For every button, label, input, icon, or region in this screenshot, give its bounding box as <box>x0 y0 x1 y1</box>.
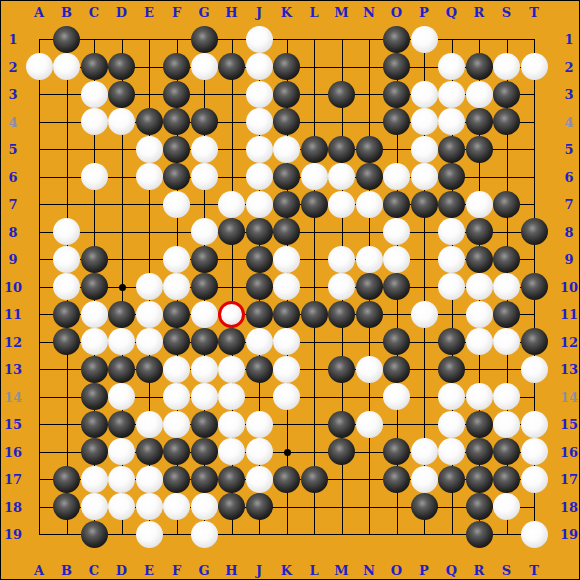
stone-J18[interactable] <box>246 493 273 520</box>
stone-K8[interactable] <box>273 218 300 245</box>
stone-H18[interactable] <box>218 493 245 520</box>
row-label-right-19: 19 <box>560 528 578 541</box>
row-label-left-17: 17 <box>4 473 22 486</box>
stone-G1[interactable] <box>191 26 218 53</box>
stone-Q10[interactable] <box>438 273 465 300</box>
stone-O14[interactable] <box>383 383 410 410</box>
row-label-left-8: 8 <box>8 225 17 238</box>
stone-B9[interactable] <box>53 246 80 273</box>
stone-Q3[interactable] <box>438 81 465 108</box>
column-label-top-Q: Q <box>446 6 457 19</box>
row-label-right-4: 4 <box>564 115 573 128</box>
stone-R2[interactable] <box>466 53 493 80</box>
column-label-bottom-O: O <box>391 564 402 577</box>
column-label-bottom-L: L <box>309 564 318 577</box>
column-label-top-J: J <box>256 6 262 19</box>
stone-D3[interactable] <box>108 81 135 108</box>
row-label-left-13: 13 <box>4 363 22 376</box>
stone-N9[interactable] <box>356 246 383 273</box>
stone-B17[interactable] <box>53 466 80 493</box>
row-label-right-14: 14 <box>560 390 578 403</box>
stone-B1[interactable] <box>53 26 80 53</box>
stone-M16[interactable] <box>328 438 355 465</box>
stone-G16[interactable] <box>191 438 218 465</box>
stone-O12[interactable] <box>383 328 410 355</box>
stone-C9[interactable] <box>81 246 108 273</box>
row-label-right-13: 13 <box>560 363 578 376</box>
stone-G14[interactable] <box>191 383 218 410</box>
stone-G2[interactable] <box>191 53 218 80</box>
stone-C10[interactable] <box>81 273 108 300</box>
stone-G19[interactable] <box>191 521 218 548</box>
stone-E16[interactable] <box>136 438 163 465</box>
stone-K9[interactable] <box>273 246 300 273</box>
stone-K13[interactable] <box>273 356 300 383</box>
stone-R19[interactable] <box>466 521 493 548</box>
stone-F17[interactable] <box>163 466 190 493</box>
stone-F9[interactable] <box>163 246 190 273</box>
column-label-bottom-N: N <box>363 564 375 577</box>
column-label-bottom-C: C <box>89 564 99 577</box>
column-label-top-O: O <box>391 6 402 19</box>
stone-G10[interactable] <box>191 273 218 300</box>
stone-J7[interactable] <box>246 191 273 218</box>
stone-K17[interactable] <box>273 466 300 493</box>
stone-E11[interactable] <box>136 301 163 328</box>
stone-S4[interactable] <box>493 108 520 135</box>
stone-Q14[interactable] <box>438 383 465 410</box>
stone-H11-last-move-marked[interactable] <box>218 301 245 328</box>
column-label-top-F: F <box>172 6 181 19</box>
column-label-bottom-T: T <box>529 564 539 577</box>
column-label-top-A: A <box>34 6 44 19</box>
stone-T19[interactable] <box>521 521 548 548</box>
stone-G5[interactable] <box>191 136 218 163</box>
stone-S14[interactable] <box>493 383 520 410</box>
stone-J11[interactable] <box>246 301 273 328</box>
stone-N5[interactable] <box>356 136 383 163</box>
stone-R9[interactable] <box>466 246 493 273</box>
stone-H7[interactable] <box>218 191 245 218</box>
stone-G12[interactable] <box>191 328 218 355</box>
stone-O8[interactable] <box>383 218 410 245</box>
stone-C18[interactable] <box>81 493 108 520</box>
stone-Q6[interactable] <box>438 163 465 190</box>
stone-L17[interactable] <box>301 466 328 493</box>
column-label-top-R: R <box>474 6 485 19</box>
stone-Q7[interactable] <box>438 191 465 218</box>
stone-K5[interactable] <box>273 136 300 163</box>
row-label-left-15: 15 <box>4 418 22 431</box>
stone-J10[interactable] <box>246 273 273 300</box>
row-label-left-4: 4 <box>8 115 17 128</box>
stone-O6[interactable] <box>383 163 410 190</box>
stone-D11[interactable] <box>108 301 135 328</box>
stone-C2[interactable] <box>81 53 108 80</box>
stone-E17[interactable] <box>136 466 163 493</box>
stone-F12[interactable] <box>163 328 190 355</box>
stone-F15[interactable] <box>163 411 190 438</box>
stone-H14[interactable] <box>218 383 245 410</box>
row-label-left-19: 19 <box>4 528 22 541</box>
stone-H17[interactable] <box>218 466 245 493</box>
stone-F10[interactable] <box>163 273 190 300</box>
stone-Q8[interactable] <box>438 218 465 245</box>
stone-E15[interactable] <box>136 411 163 438</box>
stone-F6[interactable] <box>163 163 190 190</box>
stone-L11[interactable] <box>301 301 328 328</box>
stone-J2[interactable] <box>246 53 273 80</box>
row-label-left-9: 9 <box>8 253 17 266</box>
stone-P1[interactable] <box>411 26 438 53</box>
stone-P7[interactable] <box>411 191 438 218</box>
stone-E12[interactable] <box>136 328 163 355</box>
stone-S11[interactable] <box>493 301 520 328</box>
stone-D17[interactable] <box>108 466 135 493</box>
stone-F16[interactable] <box>163 438 190 465</box>
stone-E19[interactable] <box>136 521 163 548</box>
column-label-bottom-B: B <box>61 564 72 577</box>
stone-H16[interactable] <box>218 438 245 465</box>
stone-E4[interactable] <box>136 108 163 135</box>
stone-N11[interactable] <box>356 301 383 328</box>
column-label-top-B: B <box>61 6 72 19</box>
stone-G9[interactable] <box>191 246 218 273</box>
column-label-bottom-A: A <box>34 564 44 577</box>
stone-J13[interactable] <box>246 356 273 383</box>
stone-O7[interactable] <box>383 191 410 218</box>
stone-H15[interactable] <box>218 411 245 438</box>
stone-B11[interactable] <box>53 301 80 328</box>
stone-M3[interactable] <box>328 81 355 108</box>
stone-J9[interactable] <box>246 246 273 273</box>
stone-D2[interactable] <box>108 53 135 80</box>
row-label-left-14: 14 <box>4 390 22 403</box>
stone-T17[interactable] <box>521 466 548 493</box>
stone-L7[interactable] <box>301 191 328 218</box>
row-label-left-7: 7 <box>8 198 17 211</box>
stone-K3[interactable] <box>273 81 300 108</box>
column-label-bottom-M: M <box>334 564 348 577</box>
stone-R5[interactable] <box>466 136 493 163</box>
stone-S10[interactable] <box>493 273 520 300</box>
row-label-right-10: 10 <box>560 280 578 293</box>
row-label-right-7: 7 <box>564 198 573 211</box>
row-label-right-12: 12 <box>560 335 578 348</box>
row-label-right-1: 1 <box>564 33 573 46</box>
column-label-bottom-S: S <box>502 564 511 577</box>
column-label-top-S: S <box>502 6 511 19</box>
stone-K10[interactable] <box>273 273 300 300</box>
stone-P4[interactable] <box>411 108 438 135</box>
stone-C15[interactable] <box>81 411 108 438</box>
stone-T8[interactable] <box>521 218 548 245</box>
stone-M13[interactable] <box>328 356 355 383</box>
stone-O4[interactable] <box>383 108 410 135</box>
stone-C17[interactable] <box>81 466 108 493</box>
stone-G17[interactable] <box>191 466 218 493</box>
row-label-right-9: 9 <box>564 253 573 266</box>
stone-R18[interactable] <box>466 493 493 520</box>
stone-G8[interactable] <box>191 218 218 245</box>
row-label-right-15: 15 <box>560 418 578 431</box>
stone-E5[interactable] <box>136 136 163 163</box>
stone-L5[interactable] <box>301 136 328 163</box>
stone-H12[interactable] <box>218 328 245 355</box>
stone-C14[interactable] <box>81 383 108 410</box>
stone-D15[interactable] <box>108 411 135 438</box>
stone-O2[interactable] <box>383 53 410 80</box>
stone-C19[interactable] <box>81 521 108 548</box>
stone-G13[interactable] <box>191 356 218 383</box>
stone-K12[interactable] <box>273 328 300 355</box>
row-label-right-11: 11 <box>560 308 578 321</box>
stone-B12[interactable] <box>53 328 80 355</box>
stone-Q4[interactable] <box>438 108 465 135</box>
stone-Q13[interactable] <box>438 356 465 383</box>
stone-G18[interactable] <box>191 493 218 520</box>
grid-line-horizontal-19 <box>39 534 535 535</box>
stone-J15[interactable] <box>246 411 273 438</box>
stone-R16[interactable] <box>466 438 493 465</box>
stone-M9[interactable] <box>328 246 355 273</box>
stone-B2[interactable] <box>53 53 80 80</box>
stone-J17[interactable] <box>246 466 273 493</box>
stone-H2[interactable] <box>218 53 245 80</box>
stone-C13[interactable] <box>81 356 108 383</box>
stone-Q9[interactable] <box>438 246 465 273</box>
stone-M6[interactable] <box>328 163 355 190</box>
column-label-top-H: H <box>225 6 237 19</box>
stone-D16[interactable] <box>108 438 135 465</box>
stone-F3[interactable] <box>163 81 190 108</box>
stone-N7[interactable] <box>356 191 383 218</box>
stone-S17[interactable] <box>493 466 520 493</box>
column-label-bottom-H: H <box>225 564 237 577</box>
stone-Q15[interactable] <box>438 411 465 438</box>
column-label-bottom-R: R <box>474 564 485 577</box>
stone-O1[interactable] <box>383 26 410 53</box>
row-label-right-5: 5 <box>564 143 573 156</box>
column-label-bottom-F: F <box>172 564 181 577</box>
stone-R4[interactable] <box>466 108 493 135</box>
stone-M11[interactable] <box>328 301 355 328</box>
stone-D4[interactable] <box>108 108 135 135</box>
row-label-left-1: 1 <box>8 33 17 46</box>
star-point-D10 <box>119 284 126 291</box>
row-label-left-12: 12 <box>4 335 22 348</box>
column-label-top-M: M <box>334 6 348 19</box>
stone-J12[interactable] <box>246 328 273 355</box>
stone-N6[interactable] <box>356 163 383 190</box>
column-label-top-N: N <box>363 6 375 19</box>
column-label-bottom-Q: Q <box>446 564 457 577</box>
stone-T15[interactable] <box>521 411 548 438</box>
stone-R8[interactable] <box>466 218 493 245</box>
stone-M10[interactable] <box>328 273 355 300</box>
stone-B10[interactable] <box>53 273 80 300</box>
stone-R17[interactable] <box>466 466 493 493</box>
stone-E13[interactable] <box>136 356 163 383</box>
stone-D12[interactable] <box>108 328 135 355</box>
stone-S15[interactable] <box>493 411 520 438</box>
stone-P18[interactable] <box>411 493 438 520</box>
stone-G15[interactable] <box>191 411 218 438</box>
stone-J3[interactable] <box>246 81 273 108</box>
stone-F18[interactable] <box>163 493 190 520</box>
stone-F2[interactable] <box>163 53 190 80</box>
column-label-bottom-G: G <box>198 564 209 577</box>
row-label-left-2: 2 <box>8 60 17 73</box>
stone-Q12[interactable] <box>438 328 465 355</box>
stone-R3[interactable] <box>466 81 493 108</box>
stone-N13[interactable] <box>356 356 383 383</box>
stone-P5[interactable] <box>411 136 438 163</box>
row-label-right-3: 3 <box>564 88 573 101</box>
stone-K4[interactable] <box>273 108 300 135</box>
stone-J8[interactable] <box>246 218 273 245</box>
stone-E6[interactable] <box>136 163 163 190</box>
star-point-K16 <box>284 449 291 456</box>
stone-R14[interactable] <box>466 383 493 410</box>
stone-H8[interactable] <box>218 218 245 245</box>
stone-F11[interactable] <box>163 301 190 328</box>
column-label-top-T: T <box>529 6 539 19</box>
stone-O10[interactable] <box>383 273 410 300</box>
stone-T12[interactable] <box>521 328 548 355</box>
stone-C6[interactable] <box>81 163 108 190</box>
stone-S7[interactable] <box>493 191 520 218</box>
column-label-top-K: K <box>281 6 292 19</box>
stone-F14[interactable] <box>163 383 190 410</box>
stone-J4[interactable] <box>246 108 273 135</box>
stone-K7[interactable] <box>273 191 300 218</box>
go-board-app: AABBCCDDEEFFGGHHJJKKLLMMNNOOPPQQRRSSTT11… <box>0 0 580 580</box>
stone-S16[interactable] <box>493 438 520 465</box>
stone-K14[interactable] <box>273 383 300 410</box>
stone-O13[interactable] <box>383 356 410 383</box>
stone-G6[interactable] <box>191 163 218 190</box>
row-label-right-17: 17 <box>560 473 578 486</box>
stone-M15[interactable] <box>328 411 355 438</box>
column-label-top-E: E <box>144 6 154 19</box>
stone-L6[interactable] <box>301 163 328 190</box>
stone-C16[interactable] <box>81 438 108 465</box>
stone-O9[interactable] <box>383 246 410 273</box>
grid-line-vertical-L <box>314 39 315 535</box>
row-label-right-16: 16 <box>560 445 578 458</box>
stone-F4[interactable] <box>163 108 190 135</box>
stone-C12[interactable] <box>81 328 108 355</box>
stone-M5[interactable] <box>328 136 355 163</box>
stone-G11[interactable] <box>191 301 218 328</box>
stone-R10[interactable] <box>466 273 493 300</box>
stone-Q2[interactable] <box>438 53 465 80</box>
stone-D18[interactable] <box>108 493 135 520</box>
stone-R7[interactable] <box>466 191 493 218</box>
stone-T10[interactable] <box>521 273 548 300</box>
stone-R12[interactable] <box>466 328 493 355</box>
stone-P16[interactable] <box>411 438 438 465</box>
stone-S3[interactable] <box>493 81 520 108</box>
stone-J6[interactable] <box>246 163 273 190</box>
row-label-right-2: 2 <box>564 60 573 73</box>
stone-K2[interactable] <box>273 53 300 80</box>
stone-Q16[interactable] <box>438 438 465 465</box>
stone-H13[interactable] <box>218 356 245 383</box>
row-label-left-11: 11 <box>4 308 22 321</box>
stone-O3[interactable] <box>383 81 410 108</box>
stone-K6[interactable] <box>273 163 300 190</box>
stone-S18[interactable] <box>493 493 520 520</box>
row-label-right-18: 18 <box>560 500 578 513</box>
row-label-left-3: 3 <box>8 88 17 101</box>
stone-M7[interactable] <box>328 191 355 218</box>
stone-R11[interactable] <box>466 301 493 328</box>
column-label-bottom-P: P <box>419 564 429 577</box>
column-label-top-D: D <box>116 6 127 19</box>
stone-J5[interactable] <box>246 136 273 163</box>
column-label-bottom-D: D <box>116 564 127 577</box>
stone-T2[interactable] <box>521 53 548 80</box>
stone-P6[interactable] <box>411 163 438 190</box>
stone-K11[interactable] <box>273 301 300 328</box>
stone-P17[interactable] <box>411 466 438 493</box>
stone-A2[interactable] <box>26 53 53 80</box>
stone-P11[interactable] <box>411 301 438 328</box>
stone-J16[interactable] <box>246 438 273 465</box>
row-label-left-18: 18 <box>4 500 22 513</box>
row-label-left-10: 10 <box>4 280 22 293</box>
column-label-top-P: P <box>419 6 429 19</box>
stone-B18[interactable] <box>53 493 80 520</box>
stone-G4[interactable] <box>191 108 218 135</box>
stone-P3[interactable] <box>411 81 438 108</box>
stone-N15[interactable] <box>356 411 383 438</box>
stone-C4[interactable] <box>81 108 108 135</box>
stone-T13[interactable] <box>521 356 548 383</box>
stone-E18[interactable] <box>136 493 163 520</box>
stone-O17[interactable] <box>383 466 410 493</box>
stone-F5[interactable] <box>163 136 190 163</box>
row-label-left-6: 6 <box>8 170 17 183</box>
stone-O16[interactable] <box>383 438 410 465</box>
stone-N10[interactable] <box>356 273 383 300</box>
column-label-bottom-E: E <box>144 564 154 577</box>
stone-C11[interactable] <box>81 301 108 328</box>
stone-D14[interactable] <box>108 383 135 410</box>
stone-R15[interactable] <box>466 411 493 438</box>
stone-S12[interactable] <box>493 328 520 355</box>
stone-F13[interactable] <box>163 356 190 383</box>
stone-S9[interactable] <box>493 246 520 273</box>
row-label-left-16: 16 <box>4 445 22 458</box>
stone-D13[interactable] <box>108 356 135 383</box>
stone-J1[interactable] <box>246 26 273 53</box>
stone-E10[interactable] <box>136 273 163 300</box>
stone-C3[interactable] <box>81 81 108 108</box>
row-label-left-5: 5 <box>8 143 17 156</box>
stone-Q5[interactable] <box>438 136 465 163</box>
column-label-bottom-K: K <box>281 564 292 577</box>
column-label-top-C: C <box>89 6 99 19</box>
stone-F7[interactable] <box>163 191 190 218</box>
stone-B8[interactable] <box>53 218 80 245</box>
stone-S2[interactable] <box>493 53 520 80</box>
column-label-bottom-J: J <box>256 564 262 577</box>
stone-Q17[interactable] <box>438 466 465 493</box>
stone-T16[interactable] <box>521 438 548 465</box>
